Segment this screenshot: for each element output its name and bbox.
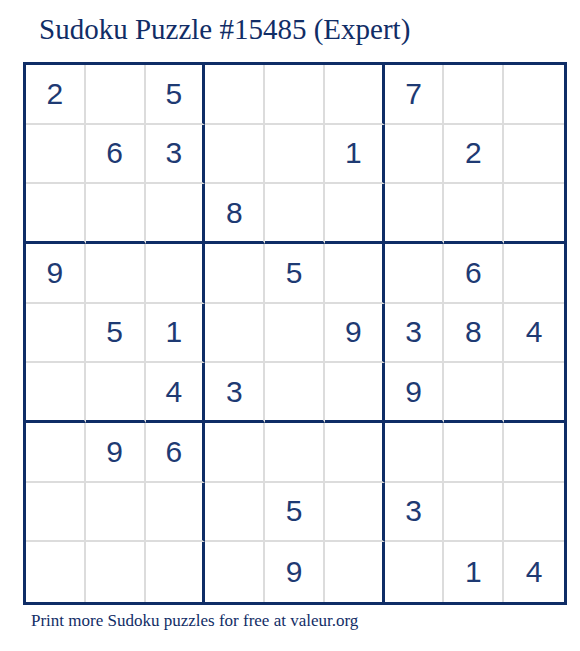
cell-r1c7: 7 — [385, 65, 445, 125]
cell-r4c5: 5 — [265, 244, 325, 304]
cell-r6c6 — [325, 363, 385, 423]
cell-r8c2 — [86, 483, 146, 543]
cell-r3c2 — [86, 184, 146, 244]
cell-r8c6 — [325, 483, 385, 543]
cell-r3c3 — [146, 184, 206, 244]
cell-r7c6 — [325, 423, 385, 483]
cell-r3c7 — [385, 184, 445, 244]
cell-r5c6: 9 — [325, 304, 385, 364]
cell-r1c3: 5 — [146, 65, 206, 125]
cell-r4c1: 9 — [26, 244, 86, 304]
cell-r3c1 — [26, 184, 86, 244]
cell-r1c5 — [265, 65, 325, 125]
cell-r1c1: 2 — [26, 65, 86, 125]
cell-r7c4 — [205, 423, 265, 483]
cell-r4c2 — [86, 244, 146, 304]
cell-r5c1 — [26, 304, 86, 364]
cell-r9c7 — [385, 542, 445, 602]
cell-r6c4: 3 — [205, 363, 265, 423]
cell-r6c1 — [26, 363, 86, 423]
cell-r4c3 — [146, 244, 206, 304]
cell-r7c8 — [444, 423, 504, 483]
cell-r3c6 — [325, 184, 385, 244]
cell-r1c9 — [504, 65, 564, 125]
cell-r2c2: 6 — [86, 125, 146, 185]
cell-r5c9: 4 — [504, 304, 564, 364]
cell-r9c6 — [325, 542, 385, 602]
cell-r9c3 — [146, 542, 206, 602]
cell-r2c3: 3 — [146, 125, 206, 185]
cell-r2c4 — [205, 125, 265, 185]
sudoku-board: 257631289565193844399653914 — [23, 62, 567, 605]
cell-r2c6: 1 — [325, 125, 385, 185]
cell-r3c8 — [444, 184, 504, 244]
cell-r7c7 — [385, 423, 445, 483]
cell-r8c7: 3 — [385, 483, 445, 543]
cell-r8c9 — [504, 483, 564, 543]
cell-r5c7: 3 — [385, 304, 445, 364]
cell-r2c1 — [26, 125, 86, 185]
cell-r2c7 — [385, 125, 445, 185]
cell-r3c4: 8 — [205, 184, 265, 244]
cell-r7c5 — [265, 423, 325, 483]
cell-r9c8: 1 — [444, 542, 504, 602]
cell-r4c6 — [325, 244, 385, 304]
cell-r9c9: 4 — [504, 542, 564, 602]
cell-r5c4 — [205, 304, 265, 364]
cell-r4c8: 6 — [444, 244, 504, 304]
cell-r5c2: 5 — [86, 304, 146, 364]
cell-r7c9 — [504, 423, 564, 483]
cell-r4c9 — [504, 244, 564, 304]
cell-r2c9 — [504, 125, 564, 185]
cell-r6c3: 4 — [146, 363, 206, 423]
cell-r3c9 — [504, 184, 564, 244]
cell-r1c2 — [86, 65, 146, 125]
cell-r7c3: 6 — [146, 423, 206, 483]
cell-r8c3 — [146, 483, 206, 543]
cell-r2c8: 2 — [444, 125, 504, 185]
cell-r6c2 — [86, 363, 146, 423]
cell-r8c8 — [444, 483, 504, 543]
cell-r6c7: 9 — [385, 363, 445, 423]
footer-text: Print more Sudoku puzzles for free at va… — [31, 611, 358, 631]
cell-r3c5 — [265, 184, 325, 244]
cell-r9c5: 9 — [265, 542, 325, 602]
cell-r9c2 — [86, 542, 146, 602]
cell-r2c5 — [265, 125, 325, 185]
cell-r8c1 — [26, 483, 86, 543]
cell-r8c5: 5 — [265, 483, 325, 543]
cell-r7c1 — [26, 423, 86, 483]
cell-r6c5 — [265, 363, 325, 423]
cell-r8c4 — [205, 483, 265, 543]
cell-r1c6 — [325, 65, 385, 125]
cell-r9c4 — [205, 542, 265, 602]
cell-r5c8: 8 — [444, 304, 504, 364]
cell-r1c8 — [444, 65, 504, 125]
cell-r5c5 — [265, 304, 325, 364]
cell-r5c3: 1 — [146, 304, 206, 364]
cell-r6c8 — [444, 363, 504, 423]
cell-r4c4 — [205, 244, 265, 304]
cell-r9c1 — [26, 542, 86, 602]
cell-r6c9 — [504, 363, 564, 423]
cell-r4c7 — [385, 244, 445, 304]
cell-r7c2: 9 — [86, 423, 146, 483]
page-title: Sudoku Puzzle #15485 (Expert) — [39, 13, 410, 46]
cell-r1c4 — [205, 65, 265, 125]
